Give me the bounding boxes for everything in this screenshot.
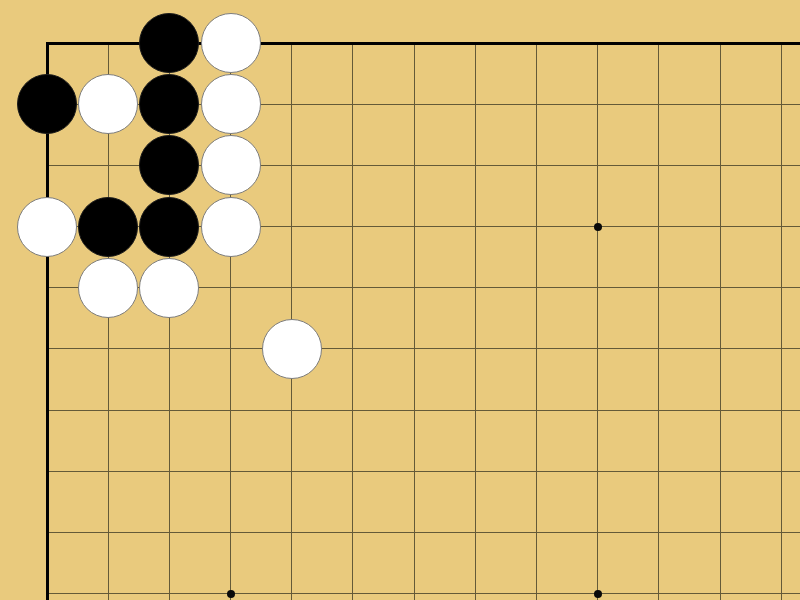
star-point bbox=[594, 223, 602, 231]
board-cell[interactable] bbox=[720, 226, 781, 287]
board-cell[interactable] bbox=[781, 226, 800, 287]
board-cell[interactable] bbox=[352, 593, 413, 600]
board-cell[interactable] bbox=[720, 593, 781, 600]
board-cell[interactable] bbox=[720, 410, 781, 471]
board-cell[interactable] bbox=[47, 471, 108, 532]
board-cell[interactable] bbox=[658, 471, 719, 532]
board-cell[interactable] bbox=[414, 471, 475, 532]
board-cell[interactable] bbox=[169, 471, 230, 532]
board-cell[interactable] bbox=[597, 43, 658, 104]
board-cell[interactable] bbox=[352, 410, 413, 471]
board-cell[interactable] bbox=[781, 532, 800, 593]
board-cell[interactable] bbox=[781, 348, 800, 409]
white-stone[interactable] bbox=[78, 258, 138, 318]
board-cell[interactable] bbox=[536, 593, 597, 600]
board-cell[interactable] bbox=[108, 348, 169, 409]
board-cell[interactable] bbox=[475, 287, 536, 348]
board-cell[interactable] bbox=[720, 165, 781, 226]
board-cell[interactable] bbox=[597, 165, 658, 226]
board-cell[interactable] bbox=[414, 348, 475, 409]
board-cell[interactable] bbox=[720, 287, 781, 348]
board-cell[interactable] bbox=[169, 348, 230, 409]
board-cell[interactable] bbox=[781, 43, 800, 104]
white-stone[interactable] bbox=[139, 258, 199, 318]
board-cell[interactable] bbox=[230, 532, 291, 593]
board-cell[interactable] bbox=[352, 165, 413, 226]
board-cell[interactable] bbox=[536, 226, 597, 287]
board-cell[interactable] bbox=[414, 410, 475, 471]
board-cell[interactable] bbox=[536, 471, 597, 532]
go-board-viewport bbox=[0, 0, 800, 600]
board-cell[interactable] bbox=[352, 532, 413, 593]
board-cell[interactable] bbox=[475, 43, 536, 104]
board-cell[interactable] bbox=[475, 410, 536, 471]
board-cell[interactable] bbox=[414, 287, 475, 348]
star-point bbox=[594, 590, 602, 598]
board-cell[interactable] bbox=[536, 104, 597, 165]
board-cell[interactable] bbox=[720, 532, 781, 593]
white-stone[interactable] bbox=[262, 319, 322, 379]
board-cell[interactable] bbox=[536, 532, 597, 593]
board-cell[interactable] bbox=[475, 348, 536, 409]
white-stone[interactable] bbox=[17, 197, 77, 257]
board-cell[interactable] bbox=[291, 226, 352, 287]
board-cell[interactable] bbox=[414, 532, 475, 593]
board-cell[interactable] bbox=[536, 348, 597, 409]
board-cell[interactable] bbox=[291, 165, 352, 226]
board-cell[interactable] bbox=[475, 104, 536, 165]
board-cell[interactable] bbox=[291, 43, 352, 104]
board-cell[interactable] bbox=[597, 471, 658, 532]
board-cell[interactable] bbox=[781, 104, 800, 165]
board-cell[interactable] bbox=[597, 287, 658, 348]
board-cell[interactable] bbox=[230, 471, 291, 532]
board-cell[interactable] bbox=[597, 410, 658, 471]
board-cell[interactable] bbox=[352, 287, 413, 348]
board-cell[interactable] bbox=[658, 410, 719, 471]
board-cell[interactable] bbox=[108, 410, 169, 471]
board-cell[interactable] bbox=[108, 532, 169, 593]
board-cell[interactable] bbox=[536, 43, 597, 104]
black-stone[interactable] bbox=[17, 74, 77, 134]
board-cell[interactable] bbox=[781, 593, 800, 600]
board-cell[interactable] bbox=[108, 471, 169, 532]
board-cell[interactable] bbox=[658, 226, 719, 287]
board-cell[interactable] bbox=[658, 593, 719, 600]
board-cell[interactable] bbox=[47, 593, 108, 600]
board-cell[interactable] bbox=[720, 348, 781, 409]
board-cell[interactable] bbox=[536, 165, 597, 226]
board-cell[interactable] bbox=[597, 348, 658, 409]
board-cell[interactable] bbox=[414, 165, 475, 226]
board-cell[interactable] bbox=[536, 287, 597, 348]
board-cell[interactable] bbox=[414, 104, 475, 165]
board-cell[interactable] bbox=[536, 410, 597, 471]
board-cell[interactable] bbox=[291, 593, 352, 600]
board-cell[interactable] bbox=[47, 410, 108, 471]
board-cell[interactable] bbox=[658, 165, 719, 226]
board-cell[interactable] bbox=[414, 43, 475, 104]
white-stone[interactable] bbox=[201, 197, 261, 257]
board-cell[interactable] bbox=[781, 471, 800, 532]
star-point bbox=[227, 590, 235, 598]
board-cell[interactable] bbox=[658, 532, 719, 593]
board-cell[interactable] bbox=[352, 104, 413, 165]
board-cell[interactable] bbox=[781, 165, 800, 226]
board-cell[interactable] bbox=[781, 410, 800, 471]
board-cell[interactable] bbox=[352, 348, 413, 409]
board-cell[interactable] bbox=[475, 165, 536, 226]
black-stone[interactable] bbox=[78, 197, 138, 257]
board-cell[interactable] bbox=[597, 532, 658, 593]
board-cell[interactable] bbox=[291, 532, 352, 593]
board-cell[interactable] bbox=[475, 593, 536, 600]
board-cell[interactable] bbox=[414, 226, 475, 287]
board-cell[interactable] bbox=[781, 287, 800, 348]
black-stone[interactable] bbox=[139, 197, 199, 257]
board-cell[interactable] bbox=[475, 471, 536, 532]
board-cell[interactable] bbox=[47, 348, 108, 409]
board-cell[interactable] bbox=[291, 104, 352, 165]
board-cell[interactable] bbox=[658, 348, 719, 409]
white-stone[interactable] bbox=[78, 74, 138, 134]
board-cell[interactable] bbox=[597, 226, 658, 287]
board-cell[interactable] bbox=[291, 471, 352, 532]
board-cell[interactable] bbox=[720, 43, 781, 104]
board-cell[interactable] bbox=[658, 104, 719, 165]
black-stone[interactable] bbox=[139, 13, 199, 73]
board-cell[interactable] bbox=[169, 410, 230, 471]
board-cell[interactable] bbox=[475, 226, 536, 287]
board-cell[interactable] bbox=[291, 410, 352, 471]
board-cell[interactable] bbox=[414, 593, 475, 600]
board-cell[interactable] bbox=[597, 593, 658, 600]
board-cell[interactable] bbox=[658, 43, 719, 104]
board-cell[interactable] bbox=[597, 104, 658, 165]
white-stone[interactable] bbox=[201, 74, 261, 134]
board-cell[interactable] bbox=[352, 471, 413, 532]
board-cell[interactable] bbox=[720, 471, 781, 532]
white-stone[interactable] bbox=[201, 135, 261, 195]
board-cell[interactable] bbox=[169, 593, 230, 600]
board-cell[interactable] bbox=[230, 410, 291, 471]
board-cell[interactable] bbox=[352, 43, 413, 104]
board-cell[interactable] bbox=[352, 226, 413, 287]
board-cell[interactable] bbox=[108, 593, 169, 600]
board-cell[interactable] bbox=[47, 532, 108, 593]
board-cell[interactable] bbox=[169, 532, 230, 593]
board-cell[interactable] bbox=[230, 593, 291, 600]
board-cell[interactable] bbox=[720, 104, 781, 165]
white-stone[interactable] bbox=[201, 13, 261, 73]
board-cell[interactable] bbox=[475, 532, 536, 593]
board-cell[interactable] bbox=[658, 287, 719, 348]
